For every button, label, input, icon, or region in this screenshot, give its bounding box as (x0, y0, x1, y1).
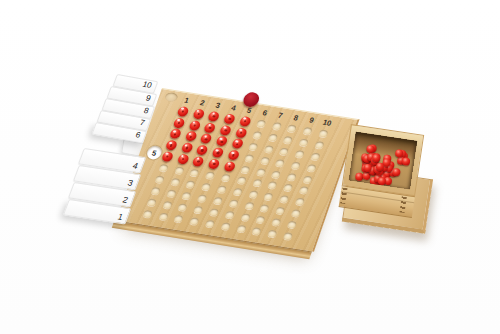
empty-hole[interactable] (283, 232, 293, 240)
empty-hole[interactable] (256, 215, 266, 223)
empty-hole[interactable] (193, 206, 203, 214)
empty-hole[interactable] (205, 172, 215, 180)
empty-hole[interactable] (291, 161, 301, 169)
empty-hole[interactable] (318, 130, 328, 138)
empty-hole[interactable] (303, 175, 313, 183)
empty-hole[interactable] (252, 227, 262, 235)
empty-hole[interactable] (190, 217, 200, 225)
empty-hole[interactable] (295, 198, 305, 206)
box-red-bead (366, 144, 375, 153)
box-red-bead (372, 154, 381, 163)
empty-hole[interactable] (295, 150, 305, 158)
empty-hole[interactable] (225, 210, 235, 218)
empty-hole[interactable] (232, 188, 242, 196)
red-bead[interactable] (235, 127, 248, 138)
empty-hole[interactable] (283, 136, 293, 144)
grid-cell-r10c10[interactable] (279, 229, 299, 243)
card-number-label: 6 (134, 131, 141, 139)
card-number-label: 4 (132, 161, 140, 170)
red-bead[interactable] (161, 151, 174, 162)
card-number-label: 1 (117, 212, 125, 221)
empty-hole[interactable] (314, 141, 324, 149)
empty-hole[interactable] (264, 193, 274, 201)
box-red-bead (392, 168, 401, 177)
empty-hole[interactable] (166, 189, 176, 197)
empty-hole[interactable] (244, 202, 254, 210)
red-bead[interactable] (172, 117, 185, 128)
empty-hole[interactable] (174, 167, 184, 175)
red-bead[interactable] (196, 145, 209, 156)
empty-hole[interactable] (178, 203, 188, 211)
empty-hole[interactable] (147, 198, 157, 206)
card-number-label: 2 (122, 195, 130, 204)
empty-hole[interactable] (240, 213, 250, 221)
empty-hole[interactable] (229, 199, 239, 207)
empty-hole[interactable] (252, 179, 262, 187)
empty-hole[interactable] (182, 192, 192, 200)
bead-grid (138, 105, 333, 243)
disc-recess[interactable] (164, 92, 179, 103)
empty-hole[interactable] (236, 176, 246, 184)
red-bead[interactable] (208, 159, 221, 170)
red-bead[interactable] (176, 106, 189, 117)
empty-hole[interactable] (154, 175, 164, 183)
red-bead[interactable] (176, 154, 189, 165)
red-bead[interactable] (219, 125, 232, 136)
empty-hole[interactable] (201, 183, 211, 191)
red-bead[interactable] (188, 120, 201, 131)
empty-hole[interactable] (221, 174, 231, 182)
red-bead[interactable] (208, 111, 221, 122)
empty-hole[interactable] (248, 142, 258, 150)
red-bead[interactable] (165, 140, 178, 151)
empty-hole[interactable] (291, 209, 301, 217)
red-bead[interactable] (184, 131, 197, 142)
empty-hole[interactable] (190, 169, 200, 177)
empty-hole[interactable] (158, 212, 168, 220)
empty-hole[interactable] (275, 207, 285, 215)
bead-box[interactable] (339, 124, 425, 218)
empty-hole[interactable] (256, 120, 266, 128)
red-bead[interactable] (227, 150, 240, 161)
empty-hole[interactable] (221, 222, 231, 230)
empty-hole[interactable] (248, 190, 258, 198)
red-bead[interactable] (231, 138, 244, 149)
card-number-label: 7 (138, 119, 145, 127)
empty-hole[interactable] (271, 122, 281, 130)
red-bead[interactable] (223, 161, 236, 172)
empty-hole[interactable] (287, 173, 297, 181)
empty-hole[interactable] (275, 159, 285, 167)
box-bead-pile[interactable] (349, 132, 418, 190)
empty-hole[interactable] (174, 214, 184, 222)
empty-hole[interactable] (311, 152, 321, 160)
empty-hole[interactable] (197, 194, 207, 202)
empty-hole[interactable] (303, 127, 313, 135)
red-bead[interactable] (223, 113, 236, 124)
red-bead[interactable] (215, 136, 228, 147)
empty-hole[interactable] (299, 139, 309, 147)
red-bead[interactable] (200, 133, 213, 144)
empty-hole[interactable] (170, 178, 180, 186)
empty-hole[interactable] (260, 204, 270, 212)
card-number-label: 10 (141, 81, 153, 90)
empty-hole[interactable] (287, 125, 297, 133)
empty-hole[interactable] (205, 219, 215, 227)
empty-hole[interactable] (143, 209, 153, 217)
empty-hole[interactable] (252, 131, 262, 139)
empty-hole[interactable] (240, 165, 250, 173)
empty-hole[interactable] (279, 195, 289, 203)
empty-hole[interactable] (307, 164, 317, 172)
box-red-bead (402, 157, 411, 166)
empty-hole[interactable] (158, 164, 168, 172)
empty-hole[interactable] (264, 145, 274, 153)
red-bead[interactable] (169, 129, 182, 140)
red-bead[interactable] (180, 142, 193, 153)
empty-hole[interactable] (271, 170, 281, 178)
empty-hole[interactable] (287, 220, 297, 228)
card-number-label: 3 (127, 178, 135, 187)
empty-hole[interactable] (162, 201, 172, 209)
empty-hole[interactable] (256, 168, 266, 176)
red-bead[interactable] (211, 147, 224, 158)
empty-hole[interactable] (260, 156, 270, 164)
empty-hole[interactable] (279, 147, 289, 155)
empty-hole[interactable] (268, 229, 278, 237)
empty-hole[interactable] (217, 185, 227, 193)
red-bead[interactable] (192, 156, 205, 167)
empty-hole[interactable] (209, 208, 219, 216)
empty-hole[interactable] (299, 186, 309, 194)
card-number-label: 9 (145, 94, 152, 102)
empty-hole[interactable] (236, 224, 246, 232)
empty-hole[interactable] (186, 180, 196, 188)
empty-hole[interactable] (151, 187, 161, 195)
empty-hole[interactable] (268, 181, 278, 189)
empty-hole[interactable] (271, 218, 281, 226)
card-number-label: 8 (142, 107, 149, 115)
empty-hole[interactable] (283, 184, 293, 192)
red-bead[interactable] (192, 108, 205, 119)
red-bead[interactable] (239, 116, 252, 127)
photo-scene: 12345678910 5 109876 4321 (0, 0, 500, 334)
empty-hole[interactable] (244, 154, 254, 162)
empty-hole[interactable] (268, 134, 278, 142)
empty-hole[interactable] (213, 197, 223, 205)
red-bead[interactable] (204, 122, 217, 133)
